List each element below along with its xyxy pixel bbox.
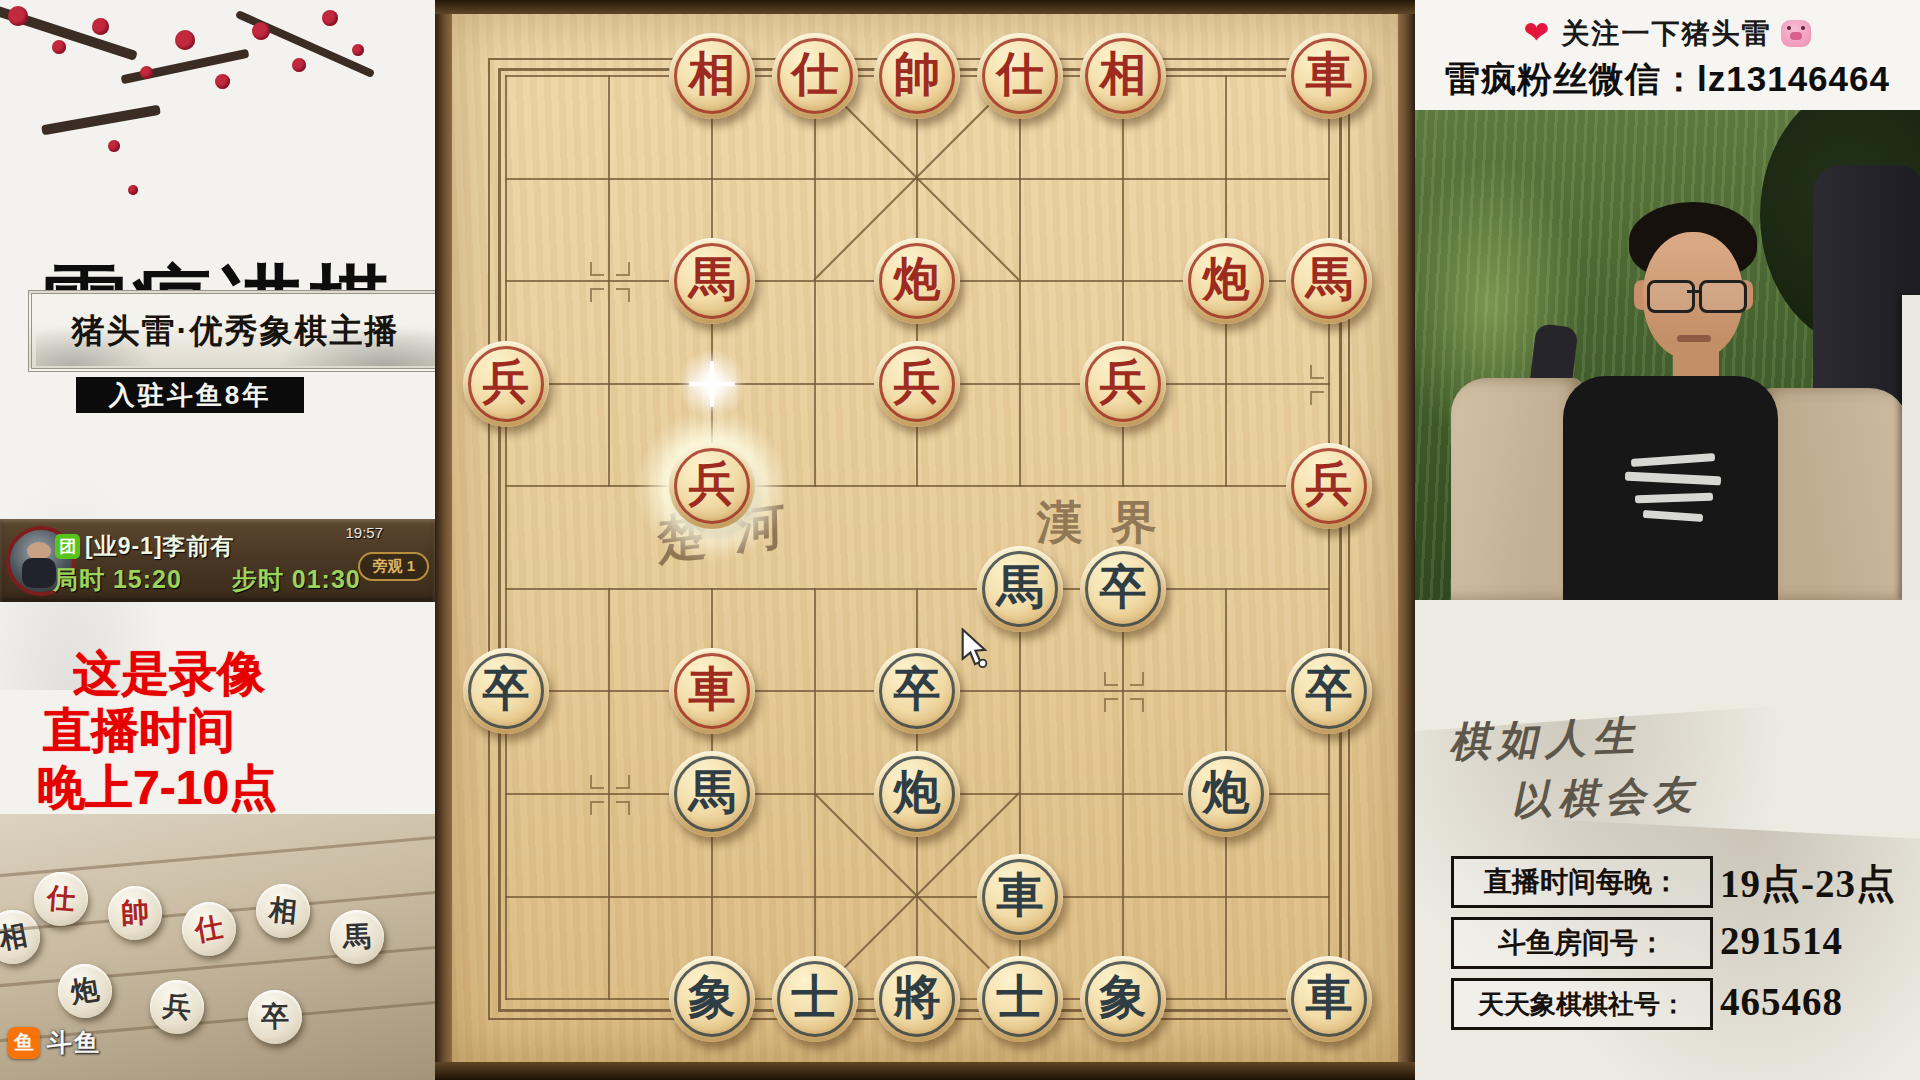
piece-character: 車 [689, 666, 736, 713]
xiangqi-piece-將[interactable]: 將 [874, 956, 960, 1042]
xiangqi-piece-士[interactable]: 士 [772, 956, 858, 1042]
star-point-mark [616, 801, 630, 815]
stream-screenshot: 雷疯讲棋 猪头雷·优秀象棋主播 入驻斗鱼8年 团 [业9-1]李前有 19:57… [0, 0, 1920, 1080]
subtitle-text: 猪头雷·优秀象棋主播 [72, 309, 400, 354]
subtitle-banner: 猪头雷·优秀象棋主播 [28, 290, 435, 372]
piece-character: 象 [1100, 974, 1147, 1021]
xiangqi-piece-仕[interactable]: 仕 [977, 33, 1063, 119]
xiangqi-piece-炮[interactable]: 炮 [874, 238, 960, 324]
piece-character: 馬 [689, 256, 736, 303]
streamer-face [1677, 335, 1711, 342]
piece-character: 相 [689, 51, 736, 98]
game-time-value: 15:20 [113, 565, 182, 593]
left-sidebar: 雷疯讲棋 猪头雷·优秀象棋主播 入驻斗鱼8年 团 [业9-1]李前有 19:57… [0, 0, 435, 1080]
webcam-video[interactable] [1415, 110, 1920, 600]
xiangqi-piece-車[interactable]: 車 [977, 854, 1063, 940]
game-time-label: 局时 [53, 565, 105, 593]
plum-flower [52, 40, 66, 54]
piece-character: 士 [792, 974, 839, 1021]
piece-character: 士 [997, 974, 1044, 1021]
glasses-icon [1687, 290, 1701, 293]
piece-character: 將 [894, 974, 941, 1021]
move-from-sparkle [677, 349, 747, 419]
grid-line [1122, 588, 1124, 1000]
star-point-mark [590, 801, 604, 815]
board-frame [435, 0, 452, 1080]
info-row: 天天象棋棋社号：465468 [1415, 978, 1920, 1026]
xiangqi-piece-卒[interactable]: 卒 [1080, 546, 1166, 632]
piece-character: 兵 [894, 359, 941, 406]
piece-character: 炮 [894, 256, 941, 303]
piece-character: 相 [1100, 51, 1147, 98]
info-value: 465468 [1720, 979, 1843, 1024]
xiangqi-piece-卒[interactable]: 卒 [874, 648, 960, 734]
streamer-jacket [1759, 388, 1909, 600]
tenure-banner: 入驻斗鱼8年 [76, 377, 304, 413]
piece-character: 兵 [1306, 461, 1353, 508]
xiangqi-piece-馬[interactable]: 馬 [669, 751, 755, 837]
plum-flower [252, 22, 270, 40]
xiangqi-piece-炮[interactable]: 炮 [1183, 238, 1269, 324]
xiangqi-board[interactable]: 楚河 漢界 相仕帥仕相車馬炮炮馬兵兵兵兵兵車馬卒卒卒卒馬炮炮車象士將士象車 [435, 0, 1415, 1080]
grid-line [505, 75, 507, 1000]
douyu-logo-icon: 鱼 [8, 1027, 40, 1059]
board-frame [1398, 0, 1415, 1080]
photo-piece-馬: 馬 [329, 909, 385, 965]
grid-line [608, 75, 610, 487]
plum-flower [175, 30, 195, 50]
plum-flower [140, 66, 153, 79]
opponent-name: [业9-1]李前有 [85, 531, 235, 562]
piece-character: 車 [1306, 51, 1353, 98]
piece-character: 兵 [1100, 359, 1147, 406]
info-label: 斗鱼房间号： [1451, 917, 1713, 969]
notice-text: 这是录像 直播时间 晚上7-10点 [37, 645, 277, 816]
glasses-icon [1699, 280, 1747, 313]
plum-branch [120, 49, 249, 85]
xiangqi-piece-車[interactable]: 車 [1286, 956, 1372, 1042]
piece-character: 仕 [997, 51, 1044, 98]
plum-flower [108, 140, 120, 152]
xiangqi-piece-帥[interactable]: 帥 [874, 33, 960, 119]
info-panel: 棋如人生 以棋会友 直播时间每晚：19点-23点斗鱼房间号：291514天天象棋… [1415, 600, 1920, 1080]
star-point-mark [590, 775, 604, 789]
time-controls: 局时 15:20 步时 01:30 [53, 563, 361, 596]
photo-piece-相: 相 [254, 882, 313, 941]
xiangqi-piece-車[interactable]: 車 [1286, 33, 1372, 119]
pig-face-icon [1781, 20, 1811, 47]
glasses-icon [1647, 280, 1695, 313]
notice-line: 这是录像 [73, 645, 277, 702]
piece-character: 馬 [1306, 256, 1353, 303]
piece-character: 卒 [483, 666, 530, 713]
piece-character: 卒 [1306, 666, 1353, 713]
piece-character: 馬 [689, 769, 736, 816]
grid-line [1019, 75, 1021, 487]
star-point-mark [1310, 391, 1324, 405]
info-row: 斗鱼房间号：291514 [1415, 917, 1920, 965]
wall-clock: 19:57 [345, 524, 383, 541]
plum-branch [41, 105, 161, 136]
board-frame [435, 1062, 1415, 1080]
heart-icon: ❤ [1524, 15, 1552, 50]
douyu-logo-text: 斗鱼 [47, 1026, 101, 1059]
piece-character: 馬 [997, 564, 1044, 611]
xiangqi-piece-相[interactable]: 相 [1080, 33, 1166, 119]
piece-character: 仕 [792, 51, 839, 98]
plum-flower [8, 6, 28, 26]
motto-line: 棋如人生 [1448, 709, 1642, 771]
plum-flower [128, 185, 138, 195]
grid-line [814, 588, 816, 1000]
spectate-badge[interactable]: 旁观 1 [358, 552, 429, 581]
douyu-watermark: 鱼 斗鱼 [8, 1026, 101, 1059]
xiangqi-piece-馬[interactable]: 馬 [669, 238, 755, 324]
piece-character: 炮 [1203, 769, 1250, 816]
board-inner-border [498, 68, 1342, 1012]
notice-line: 直播时间 [43, 702, 277, 759]
xiangqi-piece-象[interactable]: 象 [1080, 956, 1166, 1042]
xiangqi-piece-兵[interactable]: 兵 [463, 341, 549, 427]
piece-character: 卒 [894, 666, 941, 713]
right-panel: ❤关注一下猪头雷 雷疯粉丝微信：lz13146464 [1415, 0, 1920, 1080]
xiangqi-piece-相[interactable]: 相 [669, 33, 755, 119]
star-point-mark [616, 262, 630, 276]
plum-flower [322, 10, 338, 26]
xiangqi-piece-炮[interactable]: 炮 [1183, 751, 1269, 837]
board-frame [435, 0, 1415, 14]
photo-piece-仕: 仕 [32, 870, 90, 928]
wechat-banner: 雷疯粉丝微信：lz13146464 [1415, 56, 1920, 103]
opponent-info-bar: 团 [业9-1]李前有 19:57 局时 15:20 步时 01:30 旁观 1 [0, 519, 435, 602]
star-point-mark [1310, 365, 1324, 379]
xiangqi-piece-兵[interactable]: 兵 [874, 341, 960, 427]
streamer-shirt [1563, 376, 1778, 600]
notice-line: 晚上7-10点 [37, 759, 277, 816]
info-value: 291514 [1720, 918, 1843, 963]
star-point-mark [1130, 698, 1144, 712]
grid-line [608, 588, 610, 1000]
star-point-mark [1104, 698, 1118, 712]
photo-piece-炮: 炮 [54, 960, 116, 1022]
river-label-right: 漢界 [1037, 492, 1185, 554]
xiangqi-piece-士[interactable]: 士 [977, 956, 1063, 1042]
follow-text: 关注一下猪头雷 [1561, 18, 1771, 49]
photo-piece-帥: 帥 [107, 885, 164, 942]
motto-line: 以棋会友 [1510, 767, 1700, 829]
rank-badge: 团 [55, 534, 80, 559]
star-point-mark [616, 775, 630, 789]
grid-line [814, 75, 816, 487]
star-point-mark [590, 262, 604, 276]
follow-banner: ❤关注一下猪头雷 [1415, 14, 1920, 53]
photo-piece-卒: 卒 [248, 990, 303, 1045]
xiangqi-piece-車[interactable]: 車 [669, 648, 755, 734]
plum-flower [92, 18, 109, 35]
piece-character: 車 [1306, 974, 1353, 1021]
piece-character: 象 [689, 974, 736, 1021]
xiangqi-piece-象[interactable]: 象 [669, 956, 755, 1042]
xiangqi-piece-仕[interactable]: 仕 [772, 33, 858, 119]
photo-piece-仕: 仕 [178, 898, 241, 961]
xiangqi-piece-兵[interactable]: 兵 [1286, 443, 1372, 529]
move-time-value: 01:30 [292, 565, 361, 593]
piece-character: 帥 [894, 51, 941, 98]
piece-character: 炮 [894, 769, 941, 816]
xiangqi-piece-兵[interactable]: 兵 [1080, 341, 1166, 427]
piece-character: 兵 [689, 461, 736, 508]
xiangqi-piece-兵[interactable]: 兵 [669, 443, 755, 529]
star-point-mark [616, 288, 630, 302]
info-row: 直播时间每晚：19点-23点 [1415, 856, 1920, 904]
xiangqi-piece-馬[interactable]: 馬 [977, 546, 1063, 632]
piece-character: 卒 [1100, 564, 1147, 611]
info-label: 天天象棋棋社号： [1451, 978, 1713, 1030]
xiangqi-piece-卒[interactable]: 卒 [1286, 648, 1372, 734]
star-point-mark [590, 288, 604, 302]
plum-flower [292, 58, 306, 72]
plum-flower [215, 74, 230, 89]
xiangqi-piece-炮[interactable]: 炮 [874, 751, 960, 837]
photo-piece-相: 相 [0, 905, 45, 968]
star-point-mark [1104, 672, 1118, 686]
grid-line [1328, 75, 1330, 1000]
move-time-label: 步时 [232, 565, 284, 593]
piece-character: 炮 [1203, 256, 1250, 303]
info-value: 19点-23点 [1720, 857, 1896, 911]
info-label: 直播时间每晚： [1451, 856, 1713, 908]
piece-character: 兵 [483, 359, 530, 406]
background-pillar [1902, 295, 1920, 600]
mouse-cursor [958, 628, 992, 668]
star-point-mark [1130, 672, 1144, 686]
xiangqi-piece-馬[interactable]: 馬 [1286, 238, 1372, 324]
xiangqi-piece-卒[interactable]: 卒 [463, 648, 549, 734]
piece-character: 車 [997, 872, 1044, 919]
plum-flower [352, 44, 364, 56]
